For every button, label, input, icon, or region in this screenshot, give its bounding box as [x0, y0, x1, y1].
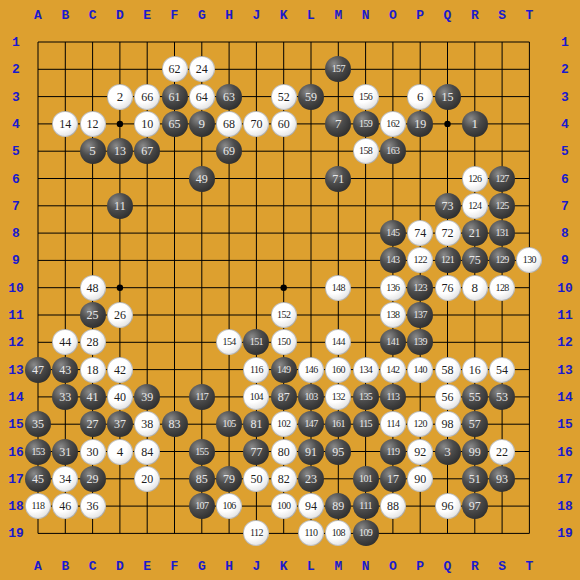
stone-W-B17[interactable]: 34: [52, 466, 78, 492]
stone-W-K18[interactable]: 100: [271, 493, 297, 519]
stone-B-A15[interactable]: 35: [25, 411, 51, 437]
stone-B-B13[interactable]: 43: [52, 357, 78, 383]
col-label-top-K: K: [280, 9, 288, 22]
row-label-left-10: 10: [8, 281, 24, 294]
row-label-left-4: 4: [12, 117, 20, 130]
stone-B-R14[interactable]: 55: [462, 384, 488, 410]
col-label-bottom-Q: Q: [444, 560, 452, 573]
stone-W-J13[interactable]: 116: [243, 357, 269, 383]
col-label-top-E: E: [143, 9, 151, 22]
stone-W-J17[interactable]: 50: [243, 466, 269, 492]
stone-W-R6[interactable]: 126: [462, 166, 488, 192]
stone-B-N4[interactable]: 159: [353, 111, 379, 137]
row-label-right-2: 2: [561, 63, 569, 76]
col-label-bottom-C: C: [89, 560, 97, 573]
stone-B-R8[interactable]: 21: [462, 220, 488, 246]
stone-W-Q15[interactable]: 98: [435, 411, 461, 437]
stone-W-O15[interactable]: 114: [380, 411, 406, 437]
stone-W-K4[interactable]: 60: [271, 111, 297, 137]
stone-W-R10[interactable]: 8: [462, 275, 488, 301]
star-point: [281, 285, 287, 291]
stone-W-L13[interactable]: 146: [298, 357, 324, 383]
stone-W-Q14[interactable]: 56: [435, 384, 461, 410]
stone-B-M6[interactable]: 71: [325, 166, 351, 192]
col-label-top-H: H: [225, 9, 233, 22]
col-label-top-F: F: [171, 9, 179, 22]
row-label-left-12: 12: [8, 336, 24, 349]
col-label-top-R: R: [471, 9, 479, 22]
stone-B-S14[interactable]: 53: [489, 384, 515, 410]
stone-B-N15[interactable]: 115: [353, 411, 379, 437]
stone-B-F4[interactable]: 65: [162, 111, 188, 137]
stone-B-J16[interactable]: 77: [243, 439, 269, 465]
stone-W-M13[interactable]: 160: [325, 357, 351, 383]
row-label-left-1: 1: [12, 36, 20, 49]
row-label-right-13: 13: [557, 363, 573, 376]
go-board[interactable]: AABBCCDDEEFFGGHHJJKKLLMMNNOOPPQQRRSSTT11…: [0, 0, 580, 580]
stone-B-M4[interactable]: 7: [325, 111, 351, 137]
row-label-right-11: 11: [557, 309, 573, 322]
col-label-top-J: J: [252, 9, 260, 22]
stone-B-A16[interactable]: 153: [25, 439, 51, 465]
row-label-right-1: 1: [561, 36, 569, 49]
stone-W-N13[interactable]: 134: [353, 357, 379, 383]
row-label-left-14: 14: [8, 390, 24, 403]
stone-W-P16[interactable]: 92: [407, 439, 433, 465]
col-label-bottom-O: O: [389, 560, 397, 573]
stone-B-C11[interactable]: 25: [80, 302, 106, 328]
stone-B-O12[interactable]: 141: [380, 329, 406, 355]
stone-B-D5[interactable]: 13: [107, 138, 133, 164]
stone-B-Q3[interactable]: 15: [435, 84, 461, 110]
stone-B-M16[interactable]: 95: [325, 439, 351, 465]
col-label-bottom-J: J: [252, 560, 260, 573]
stone-B-R15[interactable]: 57: [462, 411, 488, 437]
stone-W-M10[interactable]: 148: [325, 275, 351, 301]
stone-W-S13[interactable]: 54: [489, 357, 515, 383]
col-label-bottom-H: H: [225, 560, 233, 573]
col-label-bottom-N: N: [362, 560, 370, 573]
stone-B-C14[interactable]: 41: [80, 384, 106, 410]
stone-W-P17[interactable]: 90: [407, 466, 433, 492]
stone-B-D15[interactable]: 37: [107, 411, 133, 437]
row-label-right-12: 12: [557, 336, 573, 349]
go-diagram-page: { "game": "Go", "board": { "size": 19, "…: [0, 0, 580, 580]
stone-W-O13[interactable]: 142: [380, 357, 406, 383]
stone-W-E17[interactable]: 20: [134, 466, 160, 492]
stone-W-S16[interactable]: 22: [489, 439, 515, 465]
stone-W-G3[interactable]: 64: [189, 84, 215, 110]
stone-W-D16[interactable]: 4: [107, 439, 133, 465]
stone-W-Q8[interactable]: 72: [435, 220, 461, 246]
stone-B-S6[interactable]: 127: [489, 166, 515, 192]
stone-W-R7[interactable]: 124: [462, 193, 488, 219]
stone-B-G17[interactable]: 85: [189, 466, 215, 492]
row-label-left-6: 6: [12, 172, 20, 185]
stone-W-Q10[interactable]: 76: [435, 275, 461, 301]
row-label-right-17: 17: [557, 472, 573, 485]
col-label-bottom-A: A: [34, 560, 42, 573]
col-label-top-N: N: [362, 9, 370, 22]
stone-B-L3[interactable]: 59: [298, 84, 324, 110]
stone-B-P11[interactable]: 137: [407, 302, 433, 328]
stone-B-P10[interactable]: 123: [407, 275, 433, 301]
stone-B-P4[interactable]: 19: [407, 111, 433, 137]
col-label-top-D: D: [116, 9, 124, 22]
stone-B-Q7[interactable]: 73: [435, 193, 461, 219]
row-label-left-2: 2: [12, 63, 20, 76]
stone-W-H4[interactable]: 68: [216, 111, 242, 137]
row-label-left-11: 11: [8, 309, 24, 322]
row-label-right-10: 10: [557, 281, 573, 294]
stone-W-C12[interactable]: 28: [80, 329, 106, 355]
stone-B-G4[interactable]: 9: [189, 111, 215, 137]
stone-W-P3[interactable]: 6: [407, 84, 433, 110]
col-label-bottom-R: R: [471, 560, 479, 573]
stone-W-O11[interactable]: 138: [380, 302, 406, 328]
star-point: [117, 121, 123, 127]
stone-B-N14[interactable]: 135: [353, 384, 379, 410]
stone-B-O5[interactable]: 163: [380, 138, 406, 164]
stone-W-C4[interactable]: 12: [80, 111, 106, 137]
stone-W-R13[interactable]: 16: [462, 357, 488, 383]
stone-B-G16[interactable]: 155: [189, 439, 215, 465]
stone-B-F15[interactable]: 83: [162, 411, 188, 437]
stone-W-N3[interactable]: 156: [353, 84, 379, 110]
stone-W-N5[interactable]: 158: [353, 138, 379, 164]
stone-W-D14[interactable]: 40: [107, 384, 133, 410]
stone-B-D7[interactable]: 11: [107, 193, 133, 219]
stone-B-O14[interactable]: 113: [380, 384, 406, 410]
row-label-left-3: 3: [12, 90, 20, 103]
stone-B-S17[interactable]: 93: [489, 466, 515, 492]
col-label-top-A: A: [34, 9, 42, 22]
col-label-bottom-F: F: [171, 560, 179, 573]
row-label-left-8: 8: [12, 227, 20, 240]
row-label-left-5: 5: [12, 145, 20, 158]
stone-W-G2[interactable]: 24: [189, 56, 215, 82]
stone-B-R18[interactable]: 97: [462, 493, 488, 519]
col-label-bottom-K: K: [280, 560, 288, 573]
stone-B-L16[interactable]: 91: [298, 439, 324, 465]
row-label-right-6: 6: [561, 172, 569, 185]
stone-W-C16[interactable]: 30: [80, 439, 106, 465]
row-label-right-15: 15: [557, 418, 573, 431]
stone-B-L17[interactable]: 23: [298, 466, 324, 492]
stone-B-N19[interactable]: 109: [353, 520, 379, 546]
star-point: [444, 121, 450, 127]
stone-B-C5[interactable]: 5: [80, 138, 106, 164]
stone-B-O17[interactable]: 17: [380, 466, 406, 492]
col-label-top-M: M: [334, 9, 342, 22]
stone-B-L14[interactable]: 103: [298, 384, 324, 410]
col-label-bottom-L: L: [307, 560, 315, 573]
row-label-left-19: 19: [8, 527, 24, 540]
col-label-bottom-P: P: [416, 560, 424, 573]
stone-W-D11[interactable]: 26: [107, 302, 133, 328]
col-label-top-B: B: [61, 9, 69, 22]
stone-B-G14[interactable]: 117: [189, 384, 215, 410]
col-label-bottom-B: B: [61, 560, 69, 573]
row-label-right-16: 16: [557, 445, 573, 458]
row-label-right-14: 14: [557, 390, 573, 403]
star-point: [117, 285, 123, 291]
row-label-right-5: 5: [561, 145, 569, 158]
stone-W-E16[interactable]: 84: [134, 439, 160, 465]
stone-B-B16[interactable]: 31: [52, 439, 78, 465]
stone-B-K14[interactable]: 87: [271, 384, 297, 410]
stone-B-H17[interactable]: 79: [216, 466, 242, 492]
stone-B-G6[interactable]: 49: [189, 166, 215, 192]
stone-W-O18[interactable]: 88: [380, 493, 406, 519]
row-label-right-8: 8: [561, 227, 569, 240]
col-label-bottom-D: D: [116, 560, 124, 573]
stone-W-K16[interactable]: 80: [271, 439, 297, 465]
col-label-top-C: C: [89, 9, 97, 22]
row-label-right-19: 19: [557, 527, 573, 540]
col-label-top-G: G: [198, 9, 206, 22]
col-label-top-T: T: [525, 9, 533, 22]
stone-B-K13[interactable]: 149: [271, 357, 297, 383]
stone-B-B14[interactable]: 33: [52, 384, 78, 410]
row-label-left-17: 17: [8, 472, 24, 485]
stone-B-F3[interactable]: 61: [162, 84, 188, 110]
stone-B-O8[interactable]: 145: [380, 220, 406, 246]
col-label-top-Q: Q: [444, 9, 452, 22]
stone-W-P13[interactable]: 140: [407, 357, 433, 383]
stone-W-O10[interactable]: 136: [380, 275, 406, 301]
row-label-right-18: 18: [557, 500, 573, 513]
col-label-bottom-G: G: [198, 560, 206, 573]
col-label-bottom-S: S: [498, 560, 506, 573]
stone-W-H18[interactable]: 106: [216, 493, 242, 519]
row-label-left-9: 9: [12, 254, 20, 267]
stone-B-R16[interactable]: 99: [462, 439, 488, 465]
stone-W-M14[interactable]: 132: [325, 384, 351, 410]
stone-B-A17[interactable]: 45: [25, 466, 51, 492]
stone-B-G18[interactable]: 107: [189, 493, 215, 519]
stone-B-N18[interactable]: 111: [353, 493, 379, 519]
stone-W-K15[interactable]: 102: [271, 411, 297, 437]
stone-W-K11[interactable]: 152: [271, 302, 297, 328]
col-label-top-L: L: [307, 9, 315, 22]
stone-B-Q9[interactable]: 121: [435, 247, 461, 273]
stone-B-N17[interactable]: 101: [353, 466, 379, 492]
row-label-left-15: 15: [8, 418, 24, 431]
stone-W-C10[interactable]: 48: [80, 275, 106, 301]
row-label-left-18: 18: [8, 500, 24, 513]
row-label-right-9: 9: [561, 254, 569, 267]
col-label-bottom-E: E: [143, 560, 151, 573]
col-label-top-S: S: [498, 9, 506, 22]
stone-W-K12[interactable]: 150: [271, 329, 297, 355]
row-label-right-4: 4: [561, 117, 569, 130]
stone-W-O4[interactable]: 162: [380, 111, 406, 137]
stone-B-L15[interactable]: 147: [298, 411, 324, 437]
stone-W-D3[interactable]: 2: [107, 84, 133, 110]
stone-B-E14[interactable]: 39: [134, 384, 160, 410]
stone-W-S10[interactable]: 128: [489, 275, 515, 301]
stone-B-C15[interactable]: 27: [80, 411, 106, 437]
row-label-right-3: 3: [561, 90, 569, 103]
stone-W-K17[interactable]: 82: [271, 466, 297, 492]
col-label-top-O: O: [389, 9, 397, 22]
stone-W-E3[interactable]: 66: [134, 84, 160, 110]
stone-B-Q16[interactable]: 3: [435, 439, 461, 465]
stone-W-D13[interactable]: 42: [107, 357, 133, 383]
stone-W-Q18[interactable]: 96: [435, 493, 461, 519]
stone-W-L18[interactable]: 94: [298, 493, 324, 519]
col-label-bottom-T: T: [525, 560, 533, 573]
stone-B-R17[interactable]: 51: [462, 466, 488, 492]
stone-W-Q13[interactable]: 58: [435, 357, 461, 383]
stone-W-B4[interactable]: 14: [52, 111, 78, 137]
stone-W-K3[interactable]: 52: [271, 84, 297, 110]
stone-B-R9[interactable]: 75: [462, 247, 488, 273]
stone-B-H3[interactable]: 63: [216, 84, 242, 110]
col-label-bottom-M: M: [334, 560, 342, 573]
stone-B-S8[interactable]: 131: [489, 220, 515, 246]
stone-B-C17[interactable]: 29: [80, 466, 106, 492]
stone-W-A18[interactable]: 118: [25, 493, 51, 519]
row-label-left-7: 7: [12, 199, 20, 212]
row-label-left-13: 13: [8, 363, 24, 376]
stone-B-S7[interactable]: 125: [489, 193, 515, 219]
stone-W-F2[interactable]: 62: [162, 56, 188, 82]
col-label-top-P: P: [416, 9, 424, 22]
stone-B-O16[interactable]: 119: [380, 439, 406, 465]
row-label-left-16: 16: [8, 445, 24, 458]
stone-B-A13[interactable]: 47: [25, 357, 51, 383]
stone-B-R4[interactable]: 1: [462, 111, 488, 137]
row-label-right-7: 7: [561, 199, 569, 212]
stone-W-C18[interactable]: 36: [80, 493, 106, 519]
stone-W-C13[interactable]: 18: [80, 357, 106, 383]
stone-W-E4[interactable]: 10: [134, 111, 160, 137]
